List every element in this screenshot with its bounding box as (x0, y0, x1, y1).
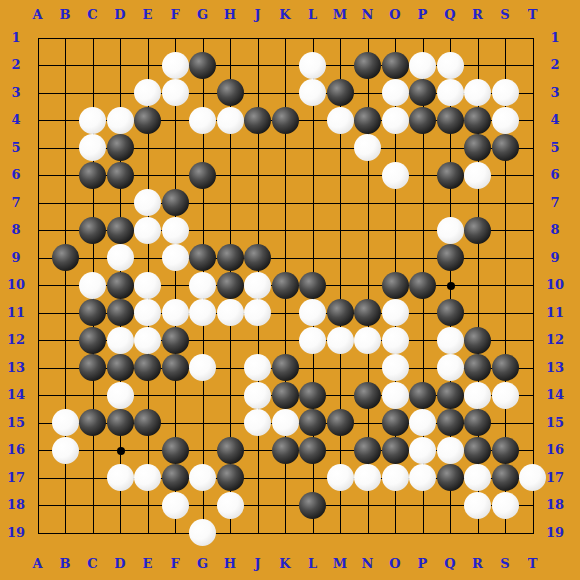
black-stone[interactable] (382, 52, 409, 79)
black-stone[interactable] (162, 327, 189, 354)
row-label-right: 1 (541, 30, 569, 46)
black-stone[interactable] (217, 464, 244, 491)
black-stone[interactable] (464, 134, 491, 161)
white-stone[interactable] (134, 79, 161, 106)
column-label-bottom: P (413, 556, 433, 572)
white-stone[interactable] (382, 382, 409, 409)
row-label-right: 13 (541, 360, 569, 376)
black-stone[interactable] (299, 272, 326, 299)
row-label-left: 11 (2, 305, 30, 321)
white-stone[interactable] (437, 52, 464, 79)
black-stone[interactable] (327, 299, 354, 326)
white-stone[interactable] (464, 79, 491, 106)
black-stone[interactable] (437, 162, 464, 189)
column-label-bottom: M (330, 556, 350, 572)
column-label-top: F (165, 7, 185, 23)
white-stone[interactable] (134, 217, 161, 244)
white-stone[interactable] (79, 107, 106, 134)
row-label-left: 15 (2, 415, 30, 431)
column-label-top: E (138, 7, 158, 23)
black-stone[interactable] (492, 134, 519, 161)
black-stone[interactable] (272, 437, 299, 464)
white-stone[interactable] (189, 299, 216, 326)
white-stone[interactable] (299, 79, 326, 106)
white-stone[interactable] (134, 299, 161, 326)
white-stone[interactable] (162, 244, 189, 271)
black-stone[interactable] (409, 382, 436, 409)
black-stone[interactable] (107, 409, 134, 436)
white-stone[interactable] (382, 79, 409, 106)
column-label-bottom: N (358, 556, 378, 572)
black-stone[interactable] (409, 272, 436, 299)
white-stone[interactable] (382, 299, 409, 326)
white-stone[interactable] (107, 107, 134, 134)
black-stone[interactable] (409, 107, 436, 134)
white-stone[interactable] (134, 189, 161, 216)
white-stone[interactable] (327, 107, 354, 134)
white-stone[interactable] (382, 162, 409, 189)
black-stone[interactable] (272, 354, 299, 381)
black-stone[interactable] (217, 79, 244, 106)
black-stone[interactable] (382, 437, 409, 464)
white-stone[interactable] (189, 464, 216, 491)
black-stone[interactable] (272, 272, 299, 299)
column-label-bottom: Q (440, 556, 460, 572)
grid-horizontal-line (38, 203, 534, 204)
white-stone[interactable] (299, 327, 326, 354)
black-stone[interactable] (79, 327, 106, 354)
white-stone[interactable] (244, 299, 271, 326)
column-label-top: D (110, 7, 130, 23)
black-stone[interactable] (162, 437, 189, 464)
black-stone[interactable] (437, 299, 464, 326)
row-label-left: 10 (2, 277, 30, 293)
black-stone[interactable] (299, 437, 326, 464)
white-stone[interactable] (409, 464, 436, 491)
white-stone[interactable] (52, 409, 79, 436)
black-stone[interactable] (354, 299, 381, 326)
black-stone[interactable] (107, 134, 134, 161)
column-label-bottom: O (385, 556, 405, 572)
black-stone[interactable] (437, 464, 464, 491)
row-label-right: 16 (541, 442, 569, 458)
white-stone[interactable] (299, 299, 326, 326)
grid-vertical-line (38, 38, 39, 534)
row-label-left: 17 (2, 470, 30, 486)
row-label-left: 5 (2, 140, 30, 156)
column-label-top: T (523, 7, 543, 23)
row-label-left: 9 (2, 250, 30, 266)
black-stone[interactable] (189, 162, 216, 189)
black-stone[interactable] (464, 354, 491, 381)
row-label-right: 5 (541, 140, 569, 156)
row-label-left: 16 (2, 442, 30, 458)
black-stone[interactable] (382, 409, 409, 436)
white-stone[interactable] (162, 52, 189, 79)
white-stone[interactable] (107, 464, 134, 491)
column-label-top: N (358, 7, 378, 23)
black-stone[interactable] (134, 354, 161, 381)
column-label-top: J (248, 7, 268, 23)
column-label-top: K (275, 7, 295, 23)
column-label-top: M (330, 7, 350, 23)
row-label-right: 11 (541, 305, 569, 321)
white-stone[interactable] (492, 107, 519, 134)
row-label-right: 17 (541, 470, 569, 486)
white-stone[interactable] (162, 299, 189, 326)
column-label-top: Q (440, 7, 460, 23)
row-label-right: 3 (541, 85, 569, 101)
white-stone[interactable] (437, 354, 464, 381)
white-stone[interactable] (189, 354, 216, 381)
black-stone[interactable] (354, 52, 381, 79)
black-stone[interactable] (299, 382, 326, 409)
white-stone[interactable] (299, 52, 326, 79)
black-stone[interactable] (79, 409, 106, 436)
white-stone[interactable] (189, 107, 216, 134)
white-stone[interactable] (327, 327, 354, 354)
white-stone[interactable] (107, 244, 134, 271)
black-stone[interactable] (52, 244, 79, 271)
white-stone[interactable] (52, 437, 79, 464)
black-stone[interactable] (217, 437, 244, 464)
star-point (117, 447, 125, 455)
white-stone[interactable] (382, 464, 409, 491)
row-label-left: 2 (2, 57, 30, 73)
column-label-top: G (193, 7, 213, 23)
row-label-right: 2 (541, 57, 569, 73)
column-label-bottom: E (138, 556, 158, 572)
row-label-left: 8 (2, 222, 30, 238)
black-stone[interactable] (299, 409, 326, 436)
column-label-bottom: S (495, 556, 515, 572)
column-label-top: O (385, 7, 405, 23)
white-stone[interactable] (327, 464, 354, 491)
black-stone[interactable] (272, 382, 299, 409)
white-stone[interactable] (409, 52, 436, 79)
column-label-bottom: D (110, 556, 130, 572)
black-stone[interactable] (354, 437, 381, 464)
black-stone[interactable] (107, 272, 134, 299)
white-stone[interactable] (217, 107, 244, 134)
column-label-bottom: T (523, 556, 543, 572)
row-label-left: 18 (2, 497, 30, 513)
column-label-bottom: B (55, 556, 75, 572)
row-label-right: 10 (541, 277, 569, 293)
row-label-right: 12 (541, 332, 569, 348)
black-stone[interactable] (217, 272, 244, 299)
column-label-top: B (55, 7, 75, 23)
black-stone[interactable] (492, 354, 519, 381)
black-stone[interactable] (492, 464, 519, 491)
black-stone[interactable] (244, 244, 271, 271)
black-stone[interactable] (107, 217, 134, 244)
white-stone[interactable] (162, 217, 189, 244)
column-label-top: S (495, 7, 515, 23)
row-label-left: 13 (2, 360, 30, 376)
black-stone[interactable] (79, 217, 106, 244)
black-stone[interactable] (327, 79, 354, 106)
white-stone[interactable] (217, 299, 244, 326)
column-label-bottom: H (220, 556, 240, 572)
white-stone[interactable] (244, 354, 271, 381)
black-stone[interactable] (107, 162, 134, 189)
white-stone[interactable] (409, 437, 436, 464)
white-stone[interactable] (217, 492, 244, 519)
black-stone[interactable] (162, 464, 189, 491)
column-label-top: L (303, 7, 323, 23)
black-stone[interactable] (162, 354, 189, 381)
column-label-bottom: J (248, 556, 268, 572)
white-stone[interactable] (134, 464, 161, 491)
white-stone[interactable] (464, 382, 491, 409)
row-label-left: 7 (2, 195, 30, 211)
black-stone[interactable] (437, 107, 464, 134)
row-label-right: 9 (541, 250, 569, 266)
row-label-right: 15 (541, 415, 569, 431)
black-stone[interactable] (217, 244, 244, 271)
black-stone[interactable] (382, 272, 409, 299)
white-stone[interactable] (79, 272, 106, 299)
black-stone[interactable] (107, 299, 134, 326)
white-stone[interactable] (437, 327, 464, 354)
black-stone[interactable] (409, 79, 436, 106)
white-stone[interactable] (354, 134, 381, 161)
black-stone[interactable] (189, 244, 216, 271)
white-stone[interactable] (162, 79, 189, 106)
row-label-right: 8 (541, 222, 569, 238)
black-stone[interactable] (189, 52, 216, 79)
black-stone[interactable] (79, 299, 106, 326)
column-label-bottom: G (193, 556, 213, 572)
white-stone[interactable] (437, 437, 464, 464)
white-stone[interactable] (409, 409, 436, 436)
black-stone[interactable] (272, 107, 299, 134)
white-stone[interactable] (464, 492, 491, 519)
column-label-bottom: K (275, 556, 295, 572)
white-stone[interactable] (464, 162, 491, 189)
row-label-right: 19 (541, 525, 569, 541)
black-stone[interactable] (162, 189, 189, 216)
white-stone[interactable] (107, 327, 134, 354)
black-stone[interactable] (464, 327, 491, 354)
white-stone[interactable] (107, 382, 134, 409)
go-board-screen: AABBCCDDEEFFGGHHJJKKLLMMNNOOPPQQRRSSTT11… (0, 0, 580, 580)
white-stone[interactable] (382, 107, 409, 134)
black-stone[interactable] (327, 409, 354, 436)
white-stone[interactable] (134, 327, 161, 354)
star-point (447, 282, 455, 290)
grid-horizontal-line (38, 38, 534, 39)
black-stone[interactable] (79, 354, 106, 381)
white-stone[interactable] (354, 327, 381, 354)
white-stone[interactable] (492, 492, 519, 519)
black-stone[interactable] (464, 409, 491, 436)
row-label-left: 12 (2, 332, 30, 348)
go-board[interactable]: AABBCCDDEEFFGGHHJJKKLLMMNNOOPPQQRRSSTT11… (0, 0, 580, 580)
black-stone[interactable] (107, 354, 134, 381)
row-label-right: 7 (541, 195, 569, 211)
row-label-left: 1 (2, 30, 30, 46)
black-stone[interactable] (437, 382, 464, 409)
black-stone[interactable] (464, 437, 491, 464)
column-label-bottom: A (28, 556, 48, 572)
grid-horizontal-line (38, 505, 534, 506)
white-stone[interactable] (437, 217, 464, 244)
white-stone[interactable] (244, 409, 271, 436)
black-stone[interactable] (134, 409, 161, 436)
black-stone[interactable] (464, 107, 491, 134)
white-stone[interactable] (244, 272, 271, 299)
row-label-right: 6 (541, 167, 569, 183)
column-label-top: P (413, 7, 433, 23)
column-label-bottom: L (303, 556, 323, 572)
white-stone[interactable] (354, 464, 381, 491)
black-stone[interactable] (134, 107, 161, 134)
grid-vertical-line (533, 38, 534, 534)
black-stone[interactable] (437, 409, 464, 436)
row-label-left: 14 (2, 387, 30, 403)
row-label-right: 14 (541, 387, 569, 403)
black-stone[interactable] (492, 437, 519, 464)
white-stone[interactable] (79, 134, 106, 161)
row-label-left: 19 (2, 525, 30, 541)
column-label-bottom: F (165, 556, 185, 572)
column-label-top: C (83, 7, 103, 23)
white-stone[interactable] (244, 382, 271, 409)
row-label-right: 4 (541, 112, 569, 128)
white-stone[interactable] (134, 272, 161, 299)
column-label-top: R (468, 7, 488, 23)
column-label-bottom: C (83, 556, 103, 572)
black-stone[interactable] (299, 492, 326, 519)
black-stone[interactable] (437, 244, 464, 271)
black-stone[interactable] (354, 382, 381, 409)
white-stone[interactable] (492, 382, 519, 409)
white-stone[interactable] (382, 327, 409, 354)
row-label-left: 4 (2, 112, 30, 128)
white-stone[interactable] (189, 519, 216, 546)
row-label-right: 18 (541, 497, 569, 513)
black-stone[interactable] (464, 217, 491, 244)
white-stone[interactable] (162, 492, 189, 519)
black-stone[interactable] (244, 107, 271, 134)
row-label-left: 6 (2, 167, 30, 183)
black-stone[interactable] (79, 162, 106, 189)
white-stone[interactable] (189, 272, 216, 299)
white-stone[interactable] (492, 79, 519, 106)
column-label-bottom: R (468, 556, 488, 572)
white-stone[interactable] (437, 79, 464, 106)
white-stone[interactable] (272, 409, 299, 436)
black-stone[interactable] (354, 107, 381, 134)
row-label-left: 3 (2, 85, 30, 101)
column-label-top: A (28, 7, 48, 23)
column-label-top: H (220, 7, 240, 23)
white-stone[interactable] (464, 464, 491, 491)
grid-horizontal-line (38, 533, 534, 534)
white-stone[interactable] (382, 354, 409, 381)
